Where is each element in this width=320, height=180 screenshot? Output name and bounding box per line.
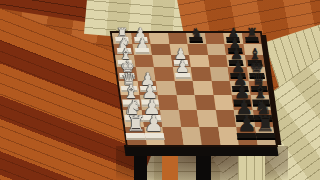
pawn-glyph: ♟	[237, 113, 257, 135]
white-pawn-a2[interactable]: ♟	[144, 113, 164, 140]
pieces-layer: ♜♞♝♛♚♝♞♜♟♟♟♟♟♟♟♟♜♞♝♛♚♝♜♟♟♟♟♟♟♟♟♞	[0, 0, 320, 180]
black-pawn-a7[interactable]: ♟	[237, 113, 257, 140]
chess-scene: ♜♞♝♛♚♝♞♜♟♟♟♟♟♟♟♟♜♞♝♛♚♝♜♟♟♟♟♟♟♟♟♞	[0, 0, 320, 180]
rook-glyph: ♜	[126, 113, 146, 135]
black-rook-h8[interactable]: ♜	[245, 26, 258, 43]
piece-base	[189, 37, 203, 43]
black-rook-a8[interactable]: ♜	[255, 113, 275, 140]
piece-base	[135, 48, 149, 54]
white-pawn-g2[interactable]: ♟	[136, 36, 150, 54]
black-knight-h5[interactable]: ♞	[190, 26, 203, 43]
pawn-glyph: ♟	[144, 113, 164, 135]
white-pawn-e4[interactable]: ♟	[175, 59, 190, 79]
piece-base	[145, 133, 164, 140]
rook-glyph: ♜	[255, 113, 275, 135]
piece-base	[237, 133, 256, 140]
piece-base	[126, 133, 145, 140]
white-rook-a1[interactable]: ♜	[126, 113, 146, 140]
piece-base	[175, 73, 191, 79]
piece-base	[245, 37, 259, 43]
piece-base	[256, 133, 275, 140]
